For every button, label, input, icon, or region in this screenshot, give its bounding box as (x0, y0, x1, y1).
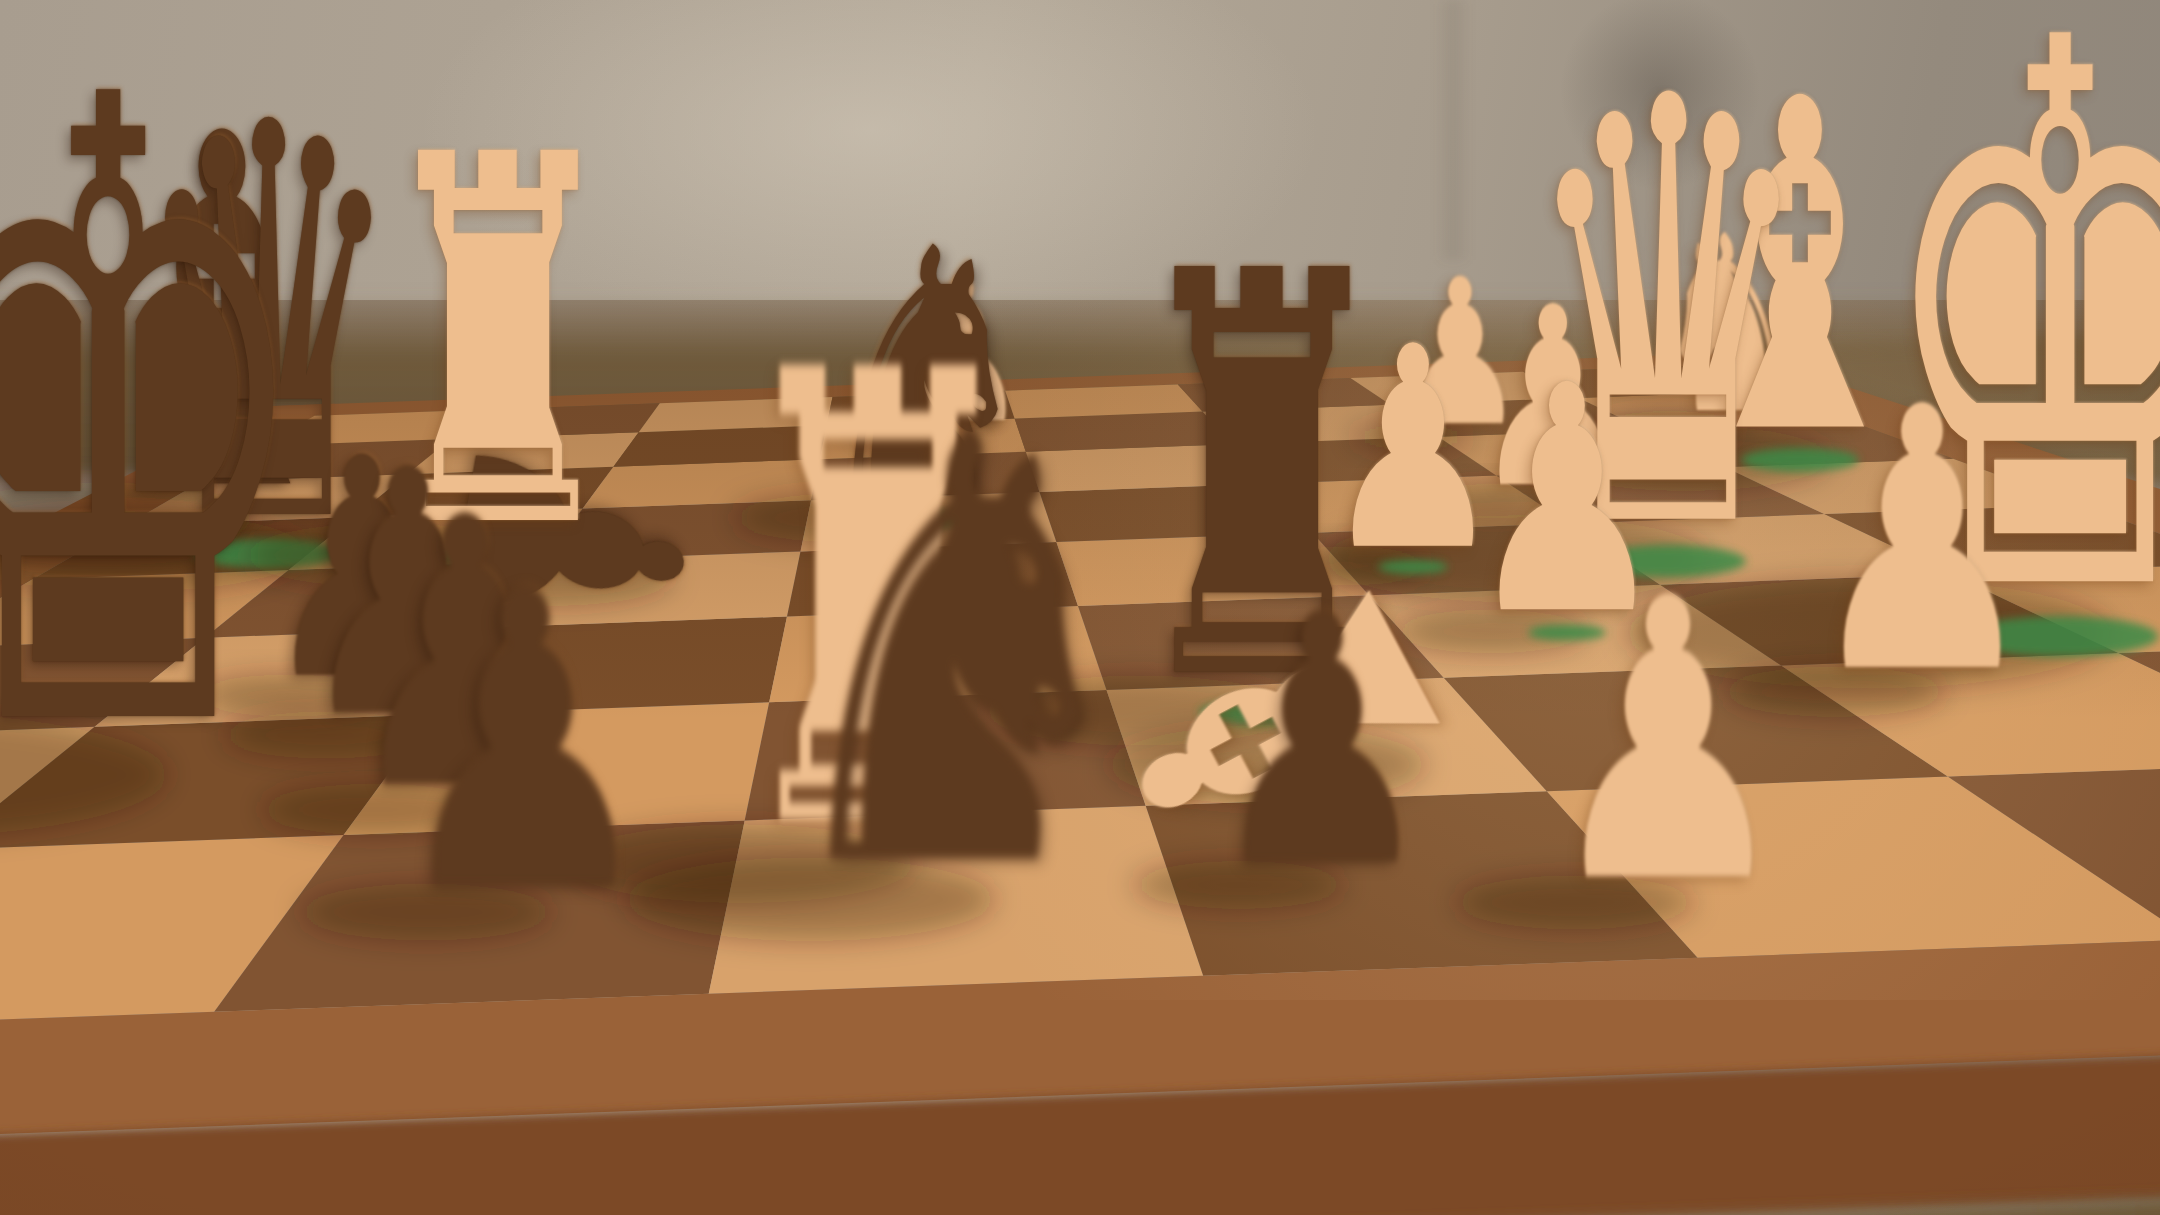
chess-photo-scene: ♞♟♟♝♟♞♝♟♛♜♛♟♟♚♟♟♜♝♟♚♟♜♟♞♟♟ (0, 0, 2160, 1215)
black-king-a2: ♚ (0, 0, 320, 848)
black-pawn-e1: ♟ (1208, 571, 1435, 914)
black-pawn-c1: ♟ (390, 539, 661, 947)
white-pawn-g2: ♟ (1805, 361, 2039, 723)
black-knight-d1: ♞ (759, 360, 1150, 950)
white-pawn-f1: ♟ (1543, 549, 1792, 935)
